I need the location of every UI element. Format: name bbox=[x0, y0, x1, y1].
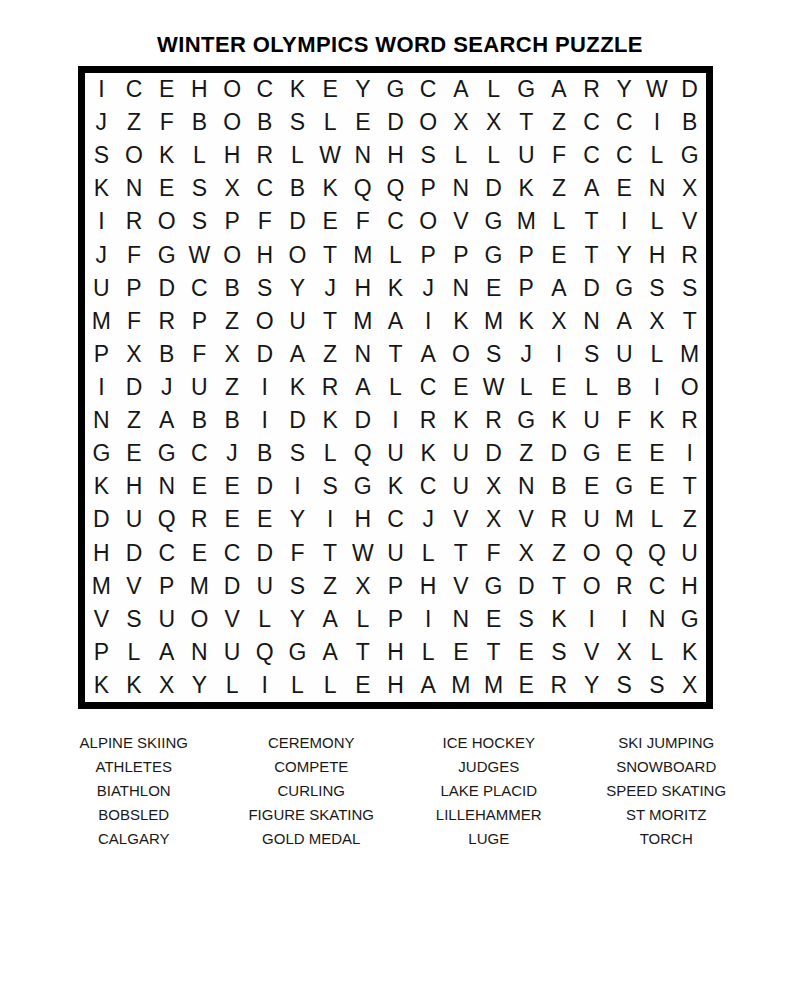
grid-cell[interactable]: D bbox=[248, 338, 281, 371]
grid-cell[interactable]: O bbox=[118, 139, 151, 172]
grid-cell[interactable]: P bbox=[183, 305, 216, 338]
grid-cell[interactable]: S bbox=[477, 338, 510, 371]
grid-cell[interactable]: M bbox=[477, 305, 510, 338]
grid-cell[interactable]: Y bbox=[608, 73, 641, 106]
grid-cell[interactable]: S bbox=[248, 272, 281, 305]
grid-cell[interactable]: A bbox=[608, 305, 641, 338]
grid-cell[interactable]: Q bbox=[379, 172, 412, 205]
grid-cell[interactable]: E bbox=[608, 172, 641, 205]
grid-cell[interactable]: K bbox=[281, 371, 314, 404]
grid-cell[interactable]: Z bbox=[510, 437, 543, 470]
grid-cell[interactable]: P bbox=[85, 338, 118, 371]
grid-cell[interactable]: S bbox=[314, 470, 347, 503]
grid-cell[interactable]: X bbox=[510, 536, 543, 569]
grid-cell[interactable]: M bbox=[85, 570, 118, 603]
grid-cell[interactable]: D bbox=[346, 404, 379, 437]
grid-cell[interactable]: K bbox=[85, 470, 118, 503]
grid-cell[interactable]: S bbox=[673, 272, 706, 305]
grid-cell[interactable]: F bbox=[118, 239, 151, 272]
grid-cell[interactable]: L bbox=[412, 536, 445, 569]
grid-cell[interactable]: X bbox=[445, 106, 478, 139]
grid-cell[interactable]: C bbox=[183, 272, 216, 305]
grid-cell[interactable]: L bbox=[379, 371, 412, 404]
grid-cell[interactable]: I bbox=[641, 371, 674, 404]
grid-cell[interactable]: P bbox=[510, 239, 543, 272]
grid-cell[interactable]: R bbox=[575, 73, 608, 106]
grid-cell[interactable]: G bbox=[346, 470, 379, 503]
grid-cell[interactable]: L bbox=[477, 73, 510, 106]
grid-cell[interactable]: G bbox=[281, 636, 314, 669]
grid-cell[interactable]: K bbox=[543, 603, 576, 636]
grid-cell[interactable]: S bbox=[281, 106, 314, 139]
grid-cell[interactable]: M bbox=[85, 305, 118, 338]
grid-cell[interactable]: I bbox=[608, 205, 641, 238]
grid-cell[interactable]: C bbox=[412, 470, 445, 503]
grid-cell[interactable]: B bbox=[216, 404, 249, 437]
grid-cell[interactable]: I bbox=[379, 404, 412, 437]
grid-cell[interactable]: J bbox=[85, 239, 118, 272]
grid-cell[interactable]: I bbox=[575, 603, 608, 636]
grid-cell[interactable]: L bbox=[412, 636, 445, 669]
grid-cell[interactable]: U bbox=[575, 503, 608, 536]
grid-cell[interactable]: S bbox=[641, 669, 674, 702]
grid-cell[interactable]: C bbox=[575, 139, 608, 172]
grid-cell[interactable]: Q bbox=[608, 536, 641, 569]
grid-cell[interactable]: J bbox=[412, 272, 445, 305]
grid-cell[interactable]: L bbox=[346, 603, 379, 636]
grid-cell[interactable]: I bbox=[85, 371, 118, 404]
grid-cell[interactable]: T bbox=[673, 470, 706, 503]
grid-cell[interactable]: G bbox=[673, 139, 706, 172]
grid-cell[interactable]: B bbox=[608, 371, 641, 404]
grid-cell[interactable]: S bbox=[118, 603, 151, 636]
grid-cell[interactable]: R bbox=[673, 239, 706, 272]
grid-cell[interactable]: C bbox=[118, 73, 151, 106]
grid-cell[interactable]: T bbox=[314, 305, 347, 338]
grid-cell[interactable]: G bbox=[85, 437, 118, 470]
grid-cell[interactable]: N bbox=[150, 470, 183, 503]
grid-cell[interactable]: Y bbox=[575, 669, 608, 702]
grid-cell[interactable]: L bbox=[445, 139, 478, 172]
grid-cell[interactable]: K bbox=[314, 172, 347, 205]
grid-cell[interactable]: S bbox=[281, 437, 314, 470]
grid-cell[interactable]: U bbox=[150, 603, 183, 636]
grid-cell[interactable]: F bbox=[248, 205, 281, 238]
grid-cell[interactable]: N bbox=[346, 139, 379, 172]
grid-cell[interactable]: A bbox=[314, 636, 347, 669]
grid-cell[interactable]: E bbox=[641, 470, 674, 503]
grid-cell[interactable]: K bbox=[445, 305, 478, 338]
grid-cell[interactable]: V bbox=[445, 503, 478, 536]
grid-cell[interactable]: M bbox=[510, 205, 543, 238]
grid-cell[interactable]: M bbox=[346, 305, 379, 338]
grid-cell[interactable]: H bbox=[412, 570, 445, 603]
grid-cell[interactable]: U bbox=[118, 503, 151, 536]
grid-cell[interactable]: G bbox=[150, 437, 183, 470]
grid-cell[interactable]: E bbox=[314, 73, 347, 106]
grid-cell[interactable]: C bbox=[575, 106, 608, 139]
grid-cell[interactable]: N bbox=[510, 470, 543, 503]
grid-cell[interactable]: S bbox=[183, 172, 216, 205]
grid-cell[interactable]: L bbox=[477, 139, 510, 172]
grid-cell[interactable]: K bbox=[379, 272, 412, 305]
grid-cell[interactable]: K bbox=[118, 669, 151, 702]
grid-cell[interactable]: Q bbox=[248, 636, 281, 669]
grid-cell[interactable]: V bbox=[510, 503, 543, 536]
grid-cell[interactable]: Z bbox=[314, 338, 347, 371]
grid-cell[interactable]: D bbox=[673, 73, 706, 106]
grid-cell[interactable]: M bbox=[346, 239, 379, 272]
grid-cell[interactable]: P bbox=[445, 239, 478, 272]
grid-cell[interactable]: J bbox=[412, 503, 445, 536]
grid-cell[interactable]: S bbox=[510, 603, 543, 636]
grid-cell[interactable]: H bbox=[85, 536, 118, 569]
grid-cell[interactable]: A bbox=[575, 172, 608, 205]
grid-cell[interactable]: U bbox=[248, 570, 281, 603]
grid-cell[interactable]: H bbox=[183, 73, 216, 106]
grid-cell[interactable]: E bbox=[150, 73, 183, 106]
grid-cell[interactable]: L bbox=[314, 669, 347, 702]
grid-cell[interactable]: J bbox=[85, 106, 118, 139]
grid-cell[interactable]: T bbox=[673, 305, 706, 338]
grid-cell[interactable]: U bbox=[673, 536, 706, 569]
grid-cell[interactable]: H bbox=[248, 239, 281, 272]
grid-cell[interactable]: M bbox=[183, 570, 216, 603]
grid-cell[interactable]: E bbox=[510, 636, 543, 669]
grid-cell[interactable]: G bbox=[477, 205, 510, 238]
grid-cell[interactable]: E bbox=[314, 205, 347, 238]
grid-cell[interactable]: T bbox=[379, 338, 412, 371]
grid-cell[interactable]: C bbox=[608, 106, 641, 139]
grid-cell[interactable]: Z bbox=[314, 570, 347, 603]
grid-cell[interactable]: X bbox=[543, 305, 576, 338]
grid-cell[interactable]: X bbox=[477, 503, 510, 536]
grid-cell[interactable]: Z bbox=[543, 536, 576, 569]
grid-cell[interactable]: B bbox=[673, 106, 706, 139]
grid-cell[interactable]: M bbox=[673, 338, 706, 371]
grid-cell[interactable]: O bbox=[281, 239, 314, 272]
grid-cell[interactable]: O bbox=[575, 570, 608, 603]
grid-cell[interactable]: U bbox=[608, 338, 641, 371]
grid-cell[interactable]: K bbox=[314, 404, 347, 437]
grid-cell[interactable]: Z bbox=[216, 371, 249, 404]
grid-cell[interactable]: R bbox=[543, 503, 576, 536]
grid-cell[interactable]: H bbox=[118, 470, 151, 503]
grid-cell[interactable]: G bbox=[510, 404, 543, 437]
grid-cell[interactable]: U bbox=[183, 371, 216, 404]
grid-cell[interactable]: R bbox=[477, 404, 510, 437]
grid-cell[interactable]: P bbox=[85, 636, 118, 669]
grid-cell[interactable]: G bbox=[379, 73, 412, 106]
grid-cell[interactable]: E bbox=[543, 371, 576, 404]
grid-cell[interactable]: N bbox=[445, 272, 478, 305]
grid-cell[interactable]: R bbox=[673, 404, 706, 437]
grid-cell[interactable]: N bbox=[183, 636, 216, 669]
grid-cell[interactable]: N bbox=[118, 172, 151, 205]
grid-cell[interactable]: C bbox=[641, 570, 674, 603]
grid-cell[interactable]: K bbox=[510, 305, 543, 338]
grid-cell[interactable]: U bbox=[445, 437, 478, 470]
grid-cell[interactable]: L bbox=[281, 139, 314, 172]
grid-cell[interactable]: O bbox=[183, 603, 216, 636]
grid-cell[interactable]: L bbox=[216, 669, 249, 702]
grid-cell[interactable]: K bbox=[510, 172, 543, 205]
grid-cell[interactable]: O bbox=[216, 239, 249, 272]
grid-cell[interactable]: D bbox=[575, 272, 608, 305]
grid-cell[interactable]: U bbox=[216, 636, 249, 669]
grid-cell[interactable]: C bbox=[379, 205, 412, 238]
grid-cell[interactable]: L bbox=[543, 205, 576, 238]
grid-cell[interactable]: G bbox=[608, 470, 641, 503]
grid-cell[interactable]: E bbox=[445, 636, 478, 669]
grid-cell[interactable]: B bbox=[281, 172, 314, 205]
grid-cell[interactable]: S bbox=[641, 272, 674, 305]
grid-cell[interactable]: E bbox=[183, 470, 216, 503]
grid-cell[interactable]: D bbox=[510, 570, 543, 603]
grid-cell[interactable]: A bbox=[412, 338, 445, 371]
grid-cell[interactable]: K bbox=[543, 404, 576, 437]
grid-cell[interactable]: E bbox=[543, 239, 576, 272]
grid-cell[interactable]: H bbox=[216, 139, 249, 172]
grid-cell[interactable]: I bbox=[314, 503, 347, 536]
grid-cell[interactable]: D bbox=[150, 272, 183, 305]
grid-cell[interactable]: W bbox=[183, 239, 216, 272]
grid-cell[interactable]: X bbox=[118, 338, 151, 371]
grid-cell[interactable]: D bbox=[543, 437, 576, 470]
grid-cell[interactable]: L bbox=[248, 603, 281, 636]
grid-cell[interactable]: X bbox=[608, 636, 641, 669]
grid-cell[interactable]: T bbox=[346, 636, 379, 669]
grid-cell[interactable]: Z bbox=[543, 106, 576, 139]
grid-cell[interactable]: U bbox=[281, 305, 314, 338]
grid-cell[interactable]: H bbox=[379, 139, 412, 172]
grid-cell[interactable]: I bbox=[412, 305, 445, 338]
grid-cell[interactable]: G bbox=[608, 272, 641, 305]
grid-cell[interactable]: T bbox=[445, 536, 478, 569]
grid-cell[interactable]: N bbox=[641, 172, 674, 205]
grid-cell[interactable]: X bbox=[477, 106, 510, 139]
grid-cell[interactable]: K bbox=[85, 172, 118, 205]
grid-cell[interactable]: I bbox=[412, 603, 445, 636]
grid-cell[interactable]: X bbox=[673, 669, 706, 702]
grid-cell[interactable]: N bbox=[445, 172, 478, 205]
grid-cell[interactable]: P bbox=[379, 570, 412, 603]
grid-cell[interactable]: F bbox=[477, 536, 510, 569]
grid-cell[interactable]: A bbox=[281, 338, 314, 371]
grid-cell[interactable]: E bbox=[118, 437, 151, 470]
grid-cell[interactable]: J bbox=[314, 272, 347, 305]
grid-cell[interactable]: Z bbox=[118, 404, 151, 437]
grid-cell[interactable]: Y bbox=[281, 603, 314, 636]
grid-cell[interactable]: Y bbox=[183, 669, 216, 702]
grid-cell[interactable]: D bbox=[477, 437, 510, 470]
grid-cell[interactable]: H bbox=[673, 570, 706, 603]
grid-cell[interactable]: D bbox=[118, 536, 151, 569]
grid-cell[interactable]: R bbox=[118, 205, 151, 238]
grid-cell[interactable]: W bbox=[346, 536, 379, 569]
grid-cell[interactable]: Z bbox=[543, 172, 576, 205]
grid-cell[interactable]: C bbox=[183, 437, 216, 470]
grid-cell[interactable]: D bbox=[248, 470, 281, 503]
grid-cell[interactable]: E bbox=[150, 172, 183, 205]
grid-cell[interactable]: E bbox=[216, 470, 249, 503]
grid-cell[interactable]: K bbox=[445, 404, 478, 437]
grid-cell[interactable]: X bbox=[216, 338, 249, 371]
grid-cell[interactable]: O bbox=[216, 106, 249, 139]
grid-cell[interactable]: E bbox=[183, 536, 216, 569]
grid-cell[interactable]: E bbox=[346, 669, 379, 702]
grid-cell[interactable]: E bbox=[575, 470, 608, 503]
grid-cell[interactable]: Y bbox=[281, 503, 314, 536]
grid-cell[interactable]: E bbox=[510, 669, 543, 702]
grid-cell[interactable]: D bbox=[248, 536, 281, 569]
grid-cell[interactable]: C bbox=[248, 73, 281, 106]
grid-cell[interactable]: E bbox=[216, 503, 249, 536]
grid-cell[interactable]: X bbox=[346, 570, 379, 603]
grid-cell[interactable]: R bbox=[412, 404, 445, 437]
grid-cell[interactable]: Q bbox=[346, 437, 379, 470]
grid-cell[interactable]: A bbox=[346, 371, 379, 404]
grid-cell[interactable]: O bbox=[412, 106, 445, 139]
grid-cell[interactable]: K bbox=[641, 404, 674, 437]
grid-cell[interactable]: L bbox=[183, 139, 216, 172]
grid-cell[interactable]: A bbox=[543, 272, 576, 305]
grid-cell[interactable]: B bbox=[150, 338, 183, 371]
grid-cell[interactable]: I bbox=[248, 404, 281, 437]
grid-cell[interactable]: F bbox=[118, 305, 151, 338]
grid-cell[interactable]: O bbox=[216, 73, 249, 106]
grid-cell[interactable]: S bbox=[575, 338, 608, 371]
grid-cell[interactable]: D bbox=[281, 205, 314, 238]
grid-cell[interactable]: M bbox=[445, 669, 478, 702]
grid-cell[interactable]: N bbox=[641, 603, 674, 636]
grid-cell[interactable]: X bbox=[673, 172, 706, 205]
grid-cell[interactable]: N bbox=[445, 603, 478, 636]
grid-cell[interactable]: I bbox=[608, 603, 641, 636]
grid-cell[interactable]: Y bbox=[608, 239, 641, 272]
grid-cell[interactable]: D bbox=[379, 106, 412, 139]
grid-cell[interactable]: T bbox=[575, 239, 608, 272]
grid-cell[interactable]: M bbox=[608, 503, 641, 536]
grid-cell[interactable]: L bbox=[641, 636, 674, 669]
grid-cell[interactable]: T bbox=[477, 636, 510, 669]
grid-cell[interactable]: E bbox=[608, 437, 641, 470]
grid-cell[interactable]: H bbox=[641, 239, 674, 272]
grid-cell[interactable]: Q bbox=[346, 172, 379, 205]
grid-cell[interactable]: R bbox=[608, 570, 641, 603]
grid-cell[interactable]: L bbox=[314, 437, 347, 470]
grid-cell[interactable]: X bbox=[477, 470, 510, 503]
grid-cell[interactable]: C bbox=[216, 536, 249, 569]
grid-cell[interactable]: P bbox=[118, 272, 151, 305]
grid-cell[interactable]: X bbox=[150, 669, 183, 702]
grid-cell[interactable]: Q bbox=[641, 536, 674, 569]
grid-cell[interactable]: F bbox=[183, 338, 216, 371]
grid-cell[interactable]: T bbox=[314, 536, 347, 569]
grid-cell[interactable]: I bbox=[85, 205, 118, 238]
grid-cell[interactable]: A bbox=[543, 73, 576, 106]
grid-cell[interactable]: K bbox=[379, 470, 412, 503]
grid-cell[interactable]: J bbox=[150, 371, 183, 404]
grid-cell[interactable]: U bbox=[510, 139, 543, 172]
grid-cell[interactable]: W bbox=[641, 73, 674, 106]
grid-cell[interactable]: G bbox=[150, 239, 183, 272]
grid-cell[interactable]: E bbox=[641, 437, 674, 470]
grid-cell[interactable]: B bbox=[216, 272, 249, 305]
grid-cell[interactable]: Z bbox=[118, 106, 151, 139]
grid-cell[interactable]: A bbox=[379, 305, 412, 338]
grid-cell[interactable]: R bbox=[248, 139, 281, 172]
grid-cell[interactable]: G bbox=[477, 570, 510, 603]
grid-cell[interactable]: J bbox=[510, 338, 543, 371]
grid-cell[interactable]: D bbox=[281, 404, 314, 437]
grid-cell[interactable]: U bbox=[379, 536, 412, 569]
grid-cell[interactable]: G bbox=[510, 73, 543, 106]
grid-cell[interactable]: C bbox=[248, 172, 281, 205]
grid-cell[interactable]: B bbox=[183, 106, 216, 139]
grid-cell[interactable]: K bbox=[85, 669, 118, 702]
grid-cell[interactable]: D bbox=[216, 570, 249, 603]
grid-cell[interactable]: E bbox=[248, 503, 281, 536]
grid-cell[interactable]: B bbox=[248, 437, 281, 470]
grid-cell[interactable]: L bbox=[510, 371, 543, 404]
grid-cell[interactable]: K bbox=[673, 636, 706, 669]
grid-cell[interactable]: A bbox=[445, 73, 478, 106]
grid-cell[interactable]: I bbox=[673, 437, 706, 470]
grid-cell[interactable]: L bbox=[379, 239, 412, 272]
grid-cell[interactable]: P bbox=[412, 172, 445, 205]
grid-cell[interactable]: V bbox=[445, 570, 478, 603]
grid-cell[interactable]: C bbox=[150, 536, 183, 569]
grid-cell[interactable]: W bbox=[314, 139, 347, 172]
grid-cell[interactable]: R bbox=[543, 669, 576, 702]
grid-cell[interactable]: S bbox=[85, 139, 118, 172]
grid-cell[interactable]: R bbox=[150, 305, 183, 338]
grid-cell[interactable]: L bbox=[281, 669, 314, 702]
grid-cell[interactable]: S bbox=[281, 570, 314, 603]
grid-cell[interactable]: R bbox=[314, 371, 347, 404]
grid-cell[interactable]: O bbox=[412, 205, 445, 238]
grid-cell[interactable]: V bbox=[216, 603, 249, 636]
grid-cell[interactable]: Z bbox=[216, 305, 249, 338]
grid-cell[interactable]: P bbox=[150, 570, 183, 603]
grid-cell[interactable]: R bbox=[183, 503, 216, 536]
grid-cell[interactable]: L bbox=[641, 338, 674, 371]
grid-cell[interactable]: G bbox=[673, 603, 706, 636]
grid-cell[interactable]: T bbox=[575, 205, 608, 238]
grid-cell[interactable]: D bbox=[85, 503, 118, 536]
grid-cell[interactable]: W bbox=[477, 371, 510, 404]
grid-cell[interactable]: H bbox=[379, 669, 412, 702]
grid-cell[interactable]: E bbox=[346, 106, 379, 139]
grid-cell[interactable]: U bbox=[85, 272, 118, 305]
grid-cell[interactable]: G bbox=[575, 437, 608, 470]
grid-cell[interactable]: N bbox=[575, 305, 608, 338]
grid-cell[interactable]: B bbox=[183, 404, 216, 437]
grid-cell[interactable]: G bbox=[477, 239, 510, 272]
grid-cell[interactable]: F bbox=[281, 536, 314, 569]
grid-cell[interactable]: S bbox=[183, 205, 216, 238]
grid-cell[interactable]: N bbox=[85, 404, 118, 437]
grid-cell[interactable]: I bbox=[248, 669, 281, 702]
grid-cell[interactable]: V bbox=[118, 570, 151, 603]
grid-cell[interactable]: V bbox=[445, 205, 478, 238]
grid-cell[interactable]: D bbox=[118, 371, 151, 404]
grid-cell[interactable]: F bbox=[346, 205, 379, 238]
grid-cell[interactable]: S bbox=[543, 636, 576, 669]
grid-cell[interactable]: H bbox=[346, 503, 379, 536]
grid-cell[interactable]: B bbox=[248, 106, 281, 139]
